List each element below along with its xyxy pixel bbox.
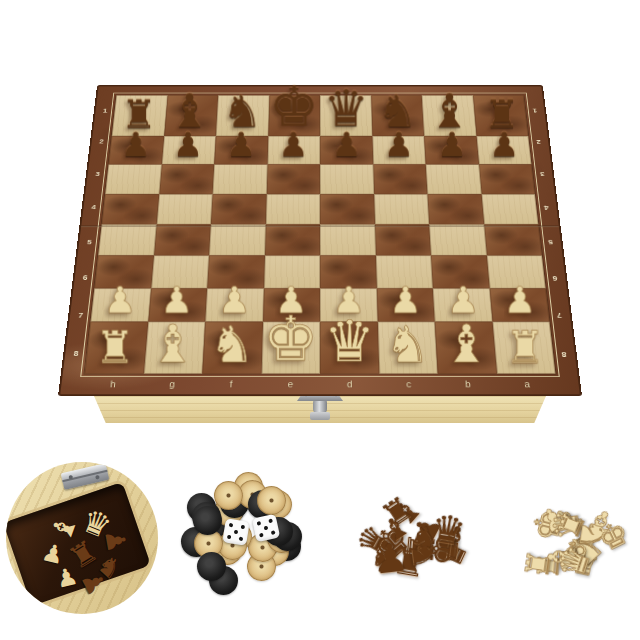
board-square: ♜ [492, 322, 555, 374]
board-square [320, 224, 375, 255]
board-square [266, 165, 320, 194]
board-square [320, 194, 375, 224]
clasp-barrel [313, 399, 327, 413]
coordinate-label: 2 [90, 126, 113, 158]
die-face-5 [222, 518, 249, 545]
coordinate-label: h [82, 374, 143, 395]
hinge-icon [61, 463, 110, 490]
coordinate-label: 8 [63, 334, 89, 373]
piece-dark-pawn: ♟ [120, 128, 150, 162]
board-square [479, 165, 535, 194]
piece-light-pawn: ♟ [389, 282, 422, 319]
piece-light-pawn: ♟ [218, 282, 251, 319]
board-square [159, 165, 214, 194]
piece-light-pawn: ♟ [447, 282, 480, 319]
board-square: ♚ [261, 322, 320, 374]
board-square: ♟ [476, 136, 531, 165]
piece-dark-pawn: ♟ [437, 128, 467, 162]
board-square [481, 194, 538, 224]
piece-light-rook: ♜ [95, 326, 135, 370]
coordinate-label: 7 [68, 296, 94, 334]
board-square [484, 224, 542, 255]
board-square: ♟ [91, 288, 151, 322]
board-square [320, 165, 374, 194]
piece-light-bishop: ♝ [443, 318, 490, 370]
coordinate-label: e [261, 374, 320, 395]
coordinate-label: 1 [524, 95, 547, 126]
pile-piece-dark-queen: ♛ [429, 509, 469, 552]
coordinate-label: 4 [81, 190, 105, 224]
piece-dark-pawn: ♟ [173, 128, 203, 162]
board-square: ♝ [143, 322, 205, 374]
board-square [265, 194, 320, 224]
board-square: ♟ [161, 136, 216, 165]
chess-board: ♜♝♞♚♛♞♝♜♟♟♟♟♟♟♟♟♟♟♟♟♟♟♟♟♜♝♞♚♛♞♝♜ 1234567… [58, 85, 582, 396]
product-photo-chess-set: ♜♝♞♚♛♞♝♜♟♟♟♟♟♟♟♟♟♟♟♟♟♟♟♟♜♝♞♚♛♞♝♜ 1234567… [0, 0, 640, 640]
piece-dark-pawn: ♟ [226, 128, 256, 162]
coordinate-label: 4 [534, 190, 558, 224]
board-square: ♟ [214, 136, 268, 165]
coordinate-label: 5 [538, 224, 563, 259]
board-square: ♟ [424, 136, 479, 165]
board-square [426, 165, 481, 194]
coordinate-label: b [438, 374, 499, 395]
board-square: ♟ [372, 136, 426, 165]
board-square [427, 194, 483, 224]
coordinate-label: 5 [77, 224, 102, 259]
board-square: ♞ [202, 322, 262, 374]
piece-light-pawn: ♟ [161, 282, 194, 319]
black-checker-disc [193, 506, 222, 535]
board-square [102, 194, 159, 224]
coordinate-label: d [320, 374, 379, 395]
board-square: ♟ [489, 288, 549, 322]
board-square: ♟ [320, 136, 373, 165]
piece-dark-pawn: ♟ [279, 128, 309, 162]
box-front-edge [94, 396, 546, 423]
board-square [105, 165, 161, 194]
piece-light-rook: ♜ [505, 326, 545, 370]
board-scene: ♜♝♞♚♛♞♝♜♟♟♟♟♟♟♟♟♟♟♟♟♟♟♟♟♜♝♞♚♛♞♝♜ 1234567… [40, 56, 600, 396]
coordinate-label: 3 [531, 158, 555, 191]
coordinate-label: f [201, 374, 261, 395]
black-checker-disc [197, 552, 226, 581]
board-square: ♝ [435, 322, 497, 374]
coordinate-label: a [497, 374, 558, 395]
piece-light-pawn: ♟ [103, 282, 136, 319]
inset-dark-pieces-pile: ♜♞♝♛♚♟♜♞♝♛♚♟♜♞♝♛ [326, 462, 478, 614]
coordinate-label: 7 [547, 296, 573, 334]
piece-light-king: ♚ [263, 308, 319, 370]
board-square [373, 165, 428, 194]
coordinate-label: 1 [94, 95, 117, 126]
piece-dark-pawn: ♟ [384, 128, 414, 162]
piece-light-knight: ♞ [385, 320, 430, 370]
board-square [375, 224, 431, 255]
board-square [98, 224, 156, 255]
board-square [265, 224, 320, 255]
piece-light-bishop: ♝ [150, 318, 197, 370]
board-square [154, 224, 211, 255]
coordinate-label: c [379, 374, 439, 395]
inset-storage-box: ♝♛♟♟♜♞♟♟ [6, 462, 158, 614]
inset-light-pieces-pile: ♜♞♝♛♚♟♜♞♝♛♚♟♜♞♝♛♚ [486, 462, 638, 614]
board-square [374, 194, 429, 224]
coordinate-label: g [142, 374, 203, 395]
board-square: ♛ [320, 322, 379, 374]
die-face-5 [252, 514, 280, 542]
board-squares-grid: ♜♝♞♚♛♞♝♜♟♟♟♟♟♟♟♟♟♟♟♟♟♟♟♟♜♝♞♚♛♞♝♜ [85, 95, 556, 373]
piece-dark-pawn: ♟ [331, 128, 361, 162]
coordinate-label: 2 [527, 126, 550, 158]
piece-light-queen: ♛ [324, 313, 375, 370]
piece-light-knight: ♞ [209, 320, 254, 370]
stored-piece-dark-pawn: ♟ [101, 527, 131, 554]
wood-checker-disc [257, 486, 286, 515]
coordinate-label: 8 [551, 334, 577, 373]
clasp-tab [310, 412, 330, 420]
board-square: ♟ [108, 136, 163, 165]
board-square [209, 224, 265, 255]
inset-checkers-dice [166, 462, 318, 614]
wood-checker-disc [214, 481, 243, 510]
inset-row: ♝♛♟♟♜♞♟♟ ♜♞♝♛♚♟♜♞♝♛♚♟♜♞♝♛ ♜♞♝♛♚♟♜♞♝♛♚♟♜♞… [6, 462, 638, 614]
board-square [429, 224, 486, 255]
board-square: ♞ [377, 322, 437, 374]
board-square: ♜ [85, 322, 148, 374]
board-square [213, 165, 268, 194]
coordinate-label: 6 [542, 260, 567, 297]
board-square [156, 194, 212, 224]
file-labels-bottom: hgfedcba [82, 374, 558, 395]
piece-dark-pawn: ♟ [489, 128, 519, 162]
board-square: ♟ [267, 136, 320, 165]
board-square [211, 194, 266, 224]
piece-light-pawn: ♟ [504, 282, 537, 319]
